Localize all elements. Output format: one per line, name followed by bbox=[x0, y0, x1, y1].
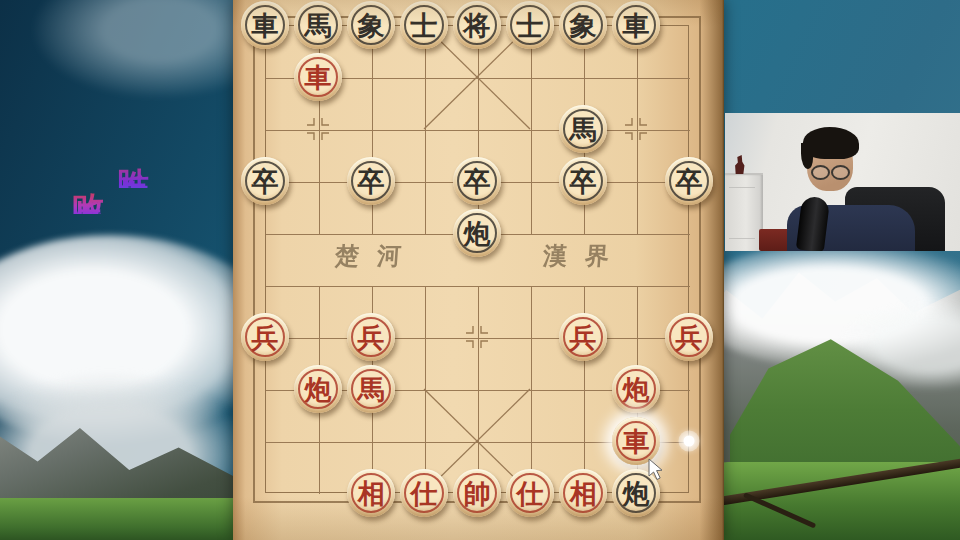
piece-red-soldier[interactable]: 兵 bbox=[347, 313, 395, 361]
piece-black-chariot[interactable]: 車 bbox=[612, 1, 660, 49]
piece-red-advisor[interactable]: 仕 bbox=[506, 469, 554, 517]
piece-black-horse[interactable]: 馬 bbox=[559, 105, 607, 153]
piece-red-cannon[interactable]: 炮 bbox=[612, 365, 660, 413]
piece-black-advisor[interactable]: 士 bbox=[400, 1, 448, 49]
piece-red-soldier[interactable]: 兵 bbox=[665, 313, 713, 361]
video-frame: 胜兵先胜而后求战 败兵先战而后求胜 楚河 漢界 車馬象士将士象車車馬卒卒卒卒卒炮… bbox=[0, 0, 960, 540]
piece-red-cannon[interactable]: 炮 bbox=[294, 365, 342, 413]
meadow bbox=[0, 498, 235, 540]
move-indicator-dot[interactable] bbox=[684, 436, 695, 447]
piece-red-chariot[interactable]: 車 bbox=[294, 53, 342, 101]
cabinet bbox=[725, 173, 763, 251]
piece-black-soldier[interactable]: 卒 bbox=[241, 157, 289, 205]
piece-black-advisor[interactable]: 士 bbox=[506, 1, 554, 49]
streamer-hair bbox=[803, 127, 859, 159]
poem-column-defeat: 败兵先战而后求胜 bbox=[71, 166, 105, 214]
piece-black-soldier[interactable]: 卒 bbox=[559, 157, 607, 205]
poem-column-victory: 胜兵先胜而后求战 bbox=[116, 140, 150, 188]
figurine bbox=[734, 155, 745, 174]
piece-black-general[interactable]: 将 bbox=[453, 1, 501, 49]
piece-red-soldier[interactable]: 兵 bbox=[559, 313, 607, 361]
river-label-chu: 楚河 bbox=[334, 240, 420, 272]
board-grid: 楚河 漢界 車馬象士将士象車車馬卒卒卒卒卒炮兵兵兵兵炮馬炮車相仕帥仕相炮 bbox=[265, 25, 689, 493]
piece-red-elephant[interactable]: 相 bbox=[347, 469, 395, 517]
piece-red-soldier[interactable]: 兵 bbox=[241, 313, 289, 361]
piece-black-cannon[interactable]: 炮 bbox=[453, 209, 501, 257]
piece-red-general[interactable]: 帥 bbox=[453, 469, 501, 517]
piece-black-chariot[interactable]: 車 bbox=[241, 1, 289, 49]
river-label-han: 漢界 bbox=[542, 240, 628, 272]
piece-black-elephant[interactable]: 象 bbox=[347, 1, 395, 49]
piece-black-horse[interactable]: 馬 bbox=[294, 1, 342, 49]
piece-red-elephant[interactable]: 相 bbox=[559, 469, 607, 517]
piece-red-advisor[interactable]: 仕 bbox=[400, 469, 448, 517]
piece-black-soldier[interactable]: 卒 bbox=[347, 157, 395, 205]
glasses bbox=[811, 165, 851, 177]
mouse-cursor bbox=[648, 458, 666, 482]
piece-black-soldier[interactable]: 卒 bbox=[665, 157, 713, 205]
piece-red-horse[interactable]: 馬 bbox=[347, 365, 395, 413]
piece-black-elephant[interactable]: 象 bbox=[559, 1, 607, 49]
piece-black-soldier[interactable]: 卒 bbox=[453, 157, 501, 205]
webcam-overlay bbox=[725, 113, 960, 251]
